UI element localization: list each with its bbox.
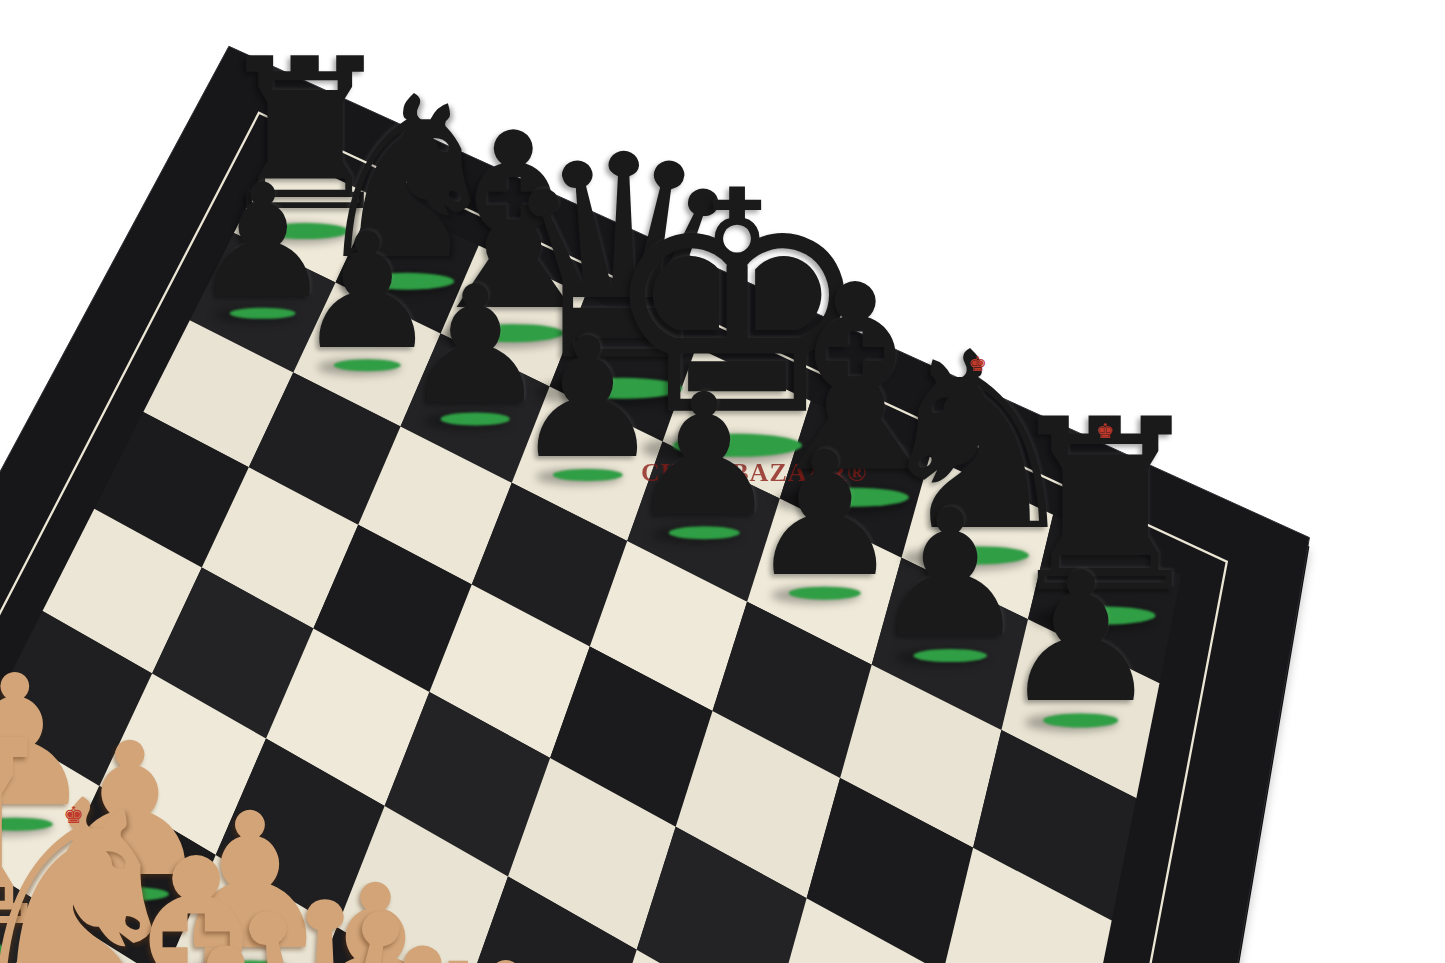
product-photo-stage: ♜♞♝♛♚♝♞♚♜♚♟♟♟♟♟♟♟♟♟♟♟♟♟♟♟♟♜♞♚♝♛♚♝♞♜ CHES… bbox=[0, 0, 1445, 963]
watermark: CHESSBAZAAR® bbox=[641, 458, 867, 488]
